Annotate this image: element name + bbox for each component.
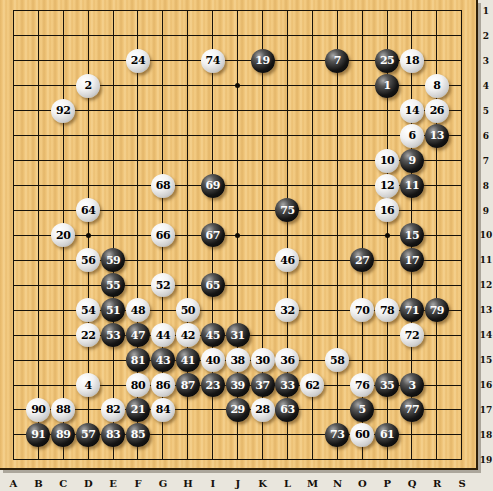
intersection-N17[interactable]	[325, 398, 350, 423]
intersection-B18[interactable]: 91	[26, 422, 51, 447]
intersection-F7[interactable]	[126, 148, 151, 173]
intersection-G5[interactable]	[150, 98, 175, 123]
intersection-C16[interactable]	[51, 373, 76, 398]
intersection-A1[interactable]	[1, 0, 26, 23]
intersection-I7[interactable]	[200, 148, 225, 173]
intersection-B17[interactable]: 90	[26, 398, 51, 423]
intersection-C14[interactable]	[51, 323, 76, 348]
intersection-H17[interactable]	[175, 398, 200, 423]
intersection-Q10[interactable]: 15	[400, 223, 425, 248]
intersection-O10[interactable]	[350, 223, 375, 248]
intersection-S14[interactable]	[449, 323, 474, 348]
intersection-G17[interactable]: 84	[150, 398, 175, 423]
intersection-K19[interactable]	[250, 447, 275, 472]
intersection-F13[interactable]: 48	[126, 298, 151, 323]
intersection-E8[interactable]	[101, 173, 126, 198]
intersection-K15[interactable]: 30	[250, 348, 275, 373]
intersection-I18[interactable]	[200, 422, 225, 447]
intersection-F3[interactable]: 24	[126, 48, 151, 73]
intersection-K9[interactable]	[250, 198, 275, 223]
intersection-M6[interactable]	[300, 123, 325, 148]
intersection-I2[interactable]	[200, 23, 225, 48]
intersection-P2[interactable]	[375, 23, 400, 48]
intersection-G8[interactable]: 68	[150, 173, 175, 198]
intersection-C2[interactable]	[51, 23, 76, 48]
intersection-I19[interactable]	[200, 447, 225, 472]
intersection-Q1[interactable]	[400, 0, 425, 23]
intersection-L9[interactable]: 75	[275, 198, 300, 223]
intersection-K12[interactable]	[250, 273, 275, 298]
intersection-C12[interactable]	[51, 273, 76, 298]
intersection-L11[interactable]: 46	[275, 248, 300, 273]
intersection-J8[interactable]	[225, 173, 250, 198]
intersection-O9[interactable]	[350, 198, 375, 223]
intersection-A5[interactable]	[1, 98, 26, 123]
intersection-N19[interactable]	[325, 447, 350, 472]
intersection-Q5[interactable]: 14	[400, 98, 425, 123]
intersection-J15[interactable]: 38	[225, 348, 250, 373]
intersection-B12[interactable]	[26, 273, 51, 298]
intersection-B7[interactable]	[26, 148, 51, 173]
intersection-R7[interactable]	[424, 148, 449, 173]
intersection-S5[interactable]	[449, 98, 474, 123]
intersection-G2[interactable]	[150, 23, 175, 48]
intersection-N11[interactable]	[325, 248, 350, 273]
intersection-G16[interactable]: 86	[150, 373, 175, 398]
intersection-G12[interactable]: 52	[150, 273, 175, 298]
intersection-N7[interactable]	[325, 148, 350, 173]
intersection-S9[interactable]	[449, 198, 474, 223]
intersection-R10[interactable]	[424, 223, 449, 248]
intersection-S15[interactable]	[449, 348, 474, 373]
intersection-M16[interactable]: 62	[300, 373, 325, 398]
intersection-S8[interactable]	[449, 173, 474, 198]
intersection-L14[interactable]	[275, 323, 300, 348]
intersection-L5[interactable]	[275, 98, 300, 123]
intersection-D2[interactable]	[76, 23, 101, 48]
intersection-B6[interactable]	[26, 123, 51, 148]
intersection-A11[interactable]	[1, 248, 26, 273]
intersection-D19[interactable]	[76, 447, 101, 472]
intersection-I6[interactable]	[200, 123, 225, 148]
intersection-M9[interactable]	[300, 198, 325, 223]
intersection-G13[interactable]	[150, 298, 175, 323]
intersection-L2[interactable]	[275, 23, 300, 48]
intersection-H2[interactable]	[175, 23, 200, 48]
intersection-K18[interactable]	[250, 422, 275, 447]
intersection-C5[interactable]: 92	[51, 98, 76, 123]
intersection-S12[interactable]	[449, 273, 474, 298]
intersection-B4[interactable]	[26, 73, 51, 98]
intersection-H10[interactable]	[175, 223, 200, 248]
intersection-I17[interactable]	[200, 398, 225, 423]
intersection-G19[interactable]	[150, 447, 175, 472]
intersection-F19[interactable]	[126, 447, 151, 472]
intersection-C3[interactable]	[51, 48, 76, 73]
intersection-C13[interactable]	[51, 298, 76, 323]
intersection-M10[interactable]	[300, 223, 325, 248]
intersection-A16[interactable]	[1, 373, 26, 398]
intersection-K1[interactable]	[250, 0, 275, 23]
intersection-Q16[interactable]: 3	[400, 373, 425, 398]
intersection-M8[interactable]	[300, 173, 325, 198]
intersection-C10[interactable]: 20	[51, 223, 76, 248]
intersection-O16[interactable]: 76	[350, 373, 375, 398]
intersection-G4[interactable]	[150, 73, 175, 98]
intersection-L15[interactable]: 36	[275, 348, 300, 373]
intersection-G3[interactable]	[150, 48, 175, 73]
intersection-M11[interactable]	[300, 248, 325, 273]
intersection-H1[interactable]	[175, 0, 200, 23]
intersection-A7[interactable]	[1, 148, 26, 173]
intersection-K16[interactable]: 37	[250, 373, 275, 398]
intersection-P12[interactable]	[375, 273, 400, 298]
intersection-H4[interactable]	[175, 73, 200, 98]
intersection-N16[interactable]	[325, 373, 350, 398]
intersection-L6[interactable]	[275, 123, 300, 148]
intersection-J1[interactable]	[225, 0, 250, 23]
intersection-J10[interactable]	[225, 223, 250, 248]
intersection-B15[interactable]	[26, 348, 51, 373]
intersection-E10[interactable]	[101, 223, 126, 248]
intersection-P6[interactable]	[375, 123, 400, 148]
intersection-I1[interactable]	[200, 0, 225, 23]
intersection-P14[interactable]	[375, 323, 400, 348]
intersection-P17[interactable]	[375, 398, 400, 423]
intersection-P5[interactable]	[375, 98, 400, 123]
intersection-Q14[interactable]: 72	[400, 323, 425, 348]
intersection-R8[interactable]	[424, 173, 449, 198]
intersection-P4[interactable]: 1	[375, 73, 400, 98]
intersection-J14[interactable]: 31	[225, 323, 250, 348]
intersection-I3[interactable]: 74	[200, 48, 225, 73]
intersection-J9[interactable]	[225, 198, 250, 223]
intersection-J7[interactable]	[225, 148, 250, 173]
intersection-F2[interactable]	[126, 23, 151, 48]
intersection-M14[interactable]	[300, 323, 325, 348]
intersection-R9[interactable]	[424, 198, 449, 223]
intersection-E2[interactable]	[101, 23, 126, 48]
intersection-B11[interactable]	[26, 248, 51, 273]
intersection-D17[interactable]	[76, 398, 101, 423]
intersection-E1[interactable]	[101, 0, 126, 23]
intersection-N14[interactable]	[325, 323, 350, 348]
intersection-O4[interactable]	[350, 73, 375, 98]
intersection-A3[interactable]	[1, 48, 26, 73]
intersection-R1[interactable]	[424, 0, 449, 23]
intersection-E9[interactable]	[101, 198, 126, 223]
intersection-N18[interactable]: 73	[325, 422, 350, 447]
intersection-H14[interactable]: 42	[175, 323, 200, 348]
intersection-D18[interactable]: 57	[76, 422, 101, 447]
intersection-J13[interactable]	[225, 298, 250, 323]
intersection-K3[interactable]: 19	[250, 48, 275, 73]
intersection-F5[interactable]	[126, 98, 151, 123]
intersection-C9[interactable]	[51, 198, 76, 223]
intersection-F12[interactable]	[126, 273, 151, 298]
intersection-I8[interactable]: 69	[200, 173, 225, 198]
intersection-Q11[interactable]: 17	[400, 248, 425, 273]
intersection-E6[interactable]	[101, 123, 126, 148]
intersection-R3[interactable]	[424, 48, 449, 73]
intersection-O5[interactable]	[350, 98, 375, 123]
intersection-P10[interactable]	[375, 223, 400, 248]
intersection-N8[interactable]	[325, 173, 350, 198]
intersection-K11[interactable]	[250, 248, 275, 273]
intersection-F17[interactable]: 21	[126, 398, 151, 423]
intersection-J5[interactable]	[225, 98, 250, 123]
intersection-Q4[interactable]	[400, 73, 425, 98]
intersection-G10[interactable]: 66	[150, 223, 175, 248]
intersection-M17[interactable]	[300, 398, 325, 423]
intersection-O2[interactable]	[350, 23, 375, 48]
intersection-I4[interactable]	[200, 73, 225, 98]
intersection-D6[interactable]	[76, 123, 101, 148]
intersection-Q17[interactable]: 77	[400, 398, 425, 423]
intersection-G14[interactable]: 44	[150, 323, 175, 348]
intersection-K17[interactable]: 28	[250, 398, 275, 423]
intersection-R12[interactable]	[424, 273, 449, 298]
intersection-H18[interactable]	[175, 422, 200, 447]
intersection-K4[interactable]	[250, 73, 275, 98]
intersection-C18[interactable]: 89	[51, 422, 76, 447]
intersection-E5[interactable]	[101, 98, 126, 123]
intersection-A6[interactable]	[1, 123, 26, 148]
intersection-Q13[interactable]: 71	[400, 298, 425, 323]
intersection-L3[interactable]	[275, 48, 300, 73]
intersection-E19[interactable]	[101, 447, 126, 472]
intersection-E7[interactable]	[101, 148, 126, 173]
intersection-B16[interactable]	[26, 373, 51, 398]
intersection-S4[interactable]	[449, 73, 474, 98]
intersection-E13[interactable]: 51	[101, 298, 126, 323]
intersection-L19[interactable]	[275, 447, 300, 472]
intersection-E16[interactable]	[101, 373, 126, 398]
intersection-Q8[interactable]: 11	[400, 173, 425, 198]
intersection-R15[interactable]	[424, 348, 449, 373]
intersection-I14[interactable]: 45	[200, 323, 225, 348]
intersection-D7[interactable]	[76, 148, 101, 173]
intersection-G6[interactable]	[150, 123, 175, 148]
intersection-O3[interactable]	[350, 48, 375, 73]
intersection-C17[interactable]: 88	[51, 398, 76, 423]
intersection-N2[interactable]	[325, 23, 350, 48]
intersection-C6[interactable]	[51, 123, 76, 148]
intersection-D8[interactable]	[76, 173, 101, 198]
intersection-P1[interactable]	[375, 0, 400, 23]
intersection-I10[interactable]: 67	[200, 223, 225, 248]
intersection-F14[interactable]: 47	[126, 323, 151, 348]
intersection-L10[interactable]	[275, 223, 300, 248]
intersection-Q3[interactable]: 18	[400, 48, 425, 73]
intersection-J12[interactable]	[225, 273, 250, 298]
intersection-M4[interactable]	[300, 73, 325, 98]
intersection-L17[interactable]: 63	[275, 398, 300, 423]
intersection-S18[interactable]	[449, 422, 474, 447]
intersection-Q19[interactable]	[400, 447, 425, 472]
intersection-B9[interactable]	[26, 198, 51, 223]
intersection-P7[interactable]: 10	[375, 148, 400, 173]
intersection-S2[interactable]	[449, 23, 474, 48]
intersection-D11[interactable]: 56	[76, 248, 101, 273]
intersection-G15[interactable]: 43	[150, 348, 175, 373]
intersection-M3[interactable]	[300, 48, 325, 73]
intersection-J17[interactable]: 29	[225, 398, 250, 423]
intersection-G11[interactable]	[150, 248, 175, 273]
intersection-N4[interactable]	[325, 73, 350, 98]
intersection-Q7[interactable]: 9	[400, 148, 425, 173]
intersection-A13[interactable]	[1, 298, 26, 323]
intersection-A9[interactable]	[1, 198, 26, 223]
intersection-R18[interactable]	[424, 422, 449, 447]
intersection-A18[interactable]	[1, 422, 26, 447]
intersection-E3[interactable]	[101, 48, 126, 73]
intersection-H13[interactable]: 50	[175, 298, 200, 323]
intersection-H9[interactable]	[175, 198, 200, 223]
intersection-O13[interactable]: 70	[350, 298, 375, 323]
intersection-A17[interactable]	[1, 398, 26, 423]
intersection-J11[interactable]	[225, 248, 250, 273]
intersection-M2[interactable]	[300, 23, 325, 48]
intersection-Q18[interactable]	[400, 422, 425, 447]
intersection-Q2[interactable]	[400, 23, 425, 48]
intersection-L1[interactable]	[275, 0, 300, 23]
intersection-D9[interactable]: 64	[76, 198, 101, 223]
intersection-H12[interactable]	[175, 273, 200, 298]
intersection-B1[interactable]	[26, 0, 51, 23]
intersection-L7[interactable]	[275, 148, 300, 173]
intersection-P16[interactable]: 35	[375, 373, 400, 398]
intersection-C8[interactable]	[51, 173, 76, 198]
intersection-R2[interactable]	[424, 23, 449, 48]
intersection-P15[interactable]	[375, 348, 400, 373]
intersection-A8[interactable]	[1, 173, 26, 198]
intersection-Q12[interactable]	[400, 273, 425, 298]
intersection-P9[interactable]: 16	[375, 198, 400, 223]
intersection-I15[interactable]: 40	[200, 348, 225, 373]
intersection-K7[interactable]	[250, 148, 275, 173]
intersection-J18[interactable]	[225, 422, 250, 447]
intersection-M5[interactable]	[300, 98, 325, 123]
intersection-G7[interactable]	[150, 148, 175, 173]
intersection-C4[interactable]	[51, 73, 76, 98]
intersection-A14[interactable]	[1, 323, 26, 348]
intersection-K2[interactable]	[250, 23, 275, 48]
intersection-O6[interactable]	[350, 123, 375, 148]
intersection-F1[interactable]	[126, 0, 151, 23]
intersection-O19[interactable]	[350, 447, 375, 472]
intersection-G9[interactable]	[150, 198, 175, 223]
intersection-F6[interactable]	[126, 123, 151, 148]
intersection-R5[interactable]: 26	[424, 98, 449, 123]
intersection-H15[interactable]: 41	[175, 348, 200, 373]
intersection-B2[interactable]	[26, 23, 51, 48]
intersection-N9[interactable]	[325, 198, 350, 223]
intersection-I11[interactable]	[200, 248, 225, 273]
intersection-D5[interactable]	[76, 98, 101, 123]
intersection-O14[interactable]	[350, 323, 375, 348]
intersection-G1[interactable]	[150, 0, 175, 23]
intersection-C19[interactable]	[51, 447, 76, 472]
intersection-F4[interactable]	[126, 73, 151, 98]
intersection-J3[interactable]	[225, 48, 250, 73]
intersection-S16[interactable]	[449, 373, 474, 398]
intersection-K13[interactable]	[250, 298, 275, 323]
intersection-F15[interactable]: 81	[126, 348, 151, 373]
intersection-K6[interactable]	[250, 123, 275, 148]
intersection-A15[interactable]	[1, 348, 26, 373]
intersection-I9[interactable]	[200, 198, 225, 223]
intersection-H8[interactable]	[175, 173, 200, 198]
intersection-N5[interactable]	[325, 98, 350, 123]
intersection-R11[interactable]	[424, 248, 449, 273]
intersection-M1[interactable]	[300, 0, 325, 23]
intersection-L4[interactable]	[275, 73, 300, 98]
intersection-H5[interactable]	[175, 98, 200, 123]
intersection-P3[interactable]: 25	[375, 48, 400, 73]
intersection-D3[interactable]	[76, 48, 101, 73]
intersection-A2[interactable]	[1, 23, 26, 48]
intersection-A10[interactable]	[1, 223, 26, 248]
intersection-J6[interactable]	[225, 123, 250, 148]
intersection-E15[interactable]	[101, 348, 126, 373]
intersection-I16[interactable]: 23	[200, 373, 225, 398]
intersection-R17[interactable]	[424, 398, 449, 423]
intersection-N10[interactable]	[325, 223, 350, 248]
intersection-N6[interactable]	[325, 123, 350, 148]
intersection-B5[interactable]	[26, 98, 51, 123]
intersection-G18[interactable]	[150, 422, 175, 447]
intersection-D14[interactable]: 22	[76, 323, 101, 348]
intersection-D1[interactable]	[76, 0, 101, 23]
intersection-J2[interactable]	[225, 23, 250, 48]
intersection-K14[interactable]	[250, 323, 275, 348]
intersection-D4[interactable]: 2	[76, 73, 101, 98]
intersection-E17[interactable]: 82	[101, 398, 126, 423]
intersection-J16[interactable]: 39	[225, 373, 250, 398]
intersection-N3[interactable]: 7	[325, 48, 350, 73]
intersection-Q6[interactable]: 6	[400, 123, 425, 148]
intersection-R6[interactable]: 13	[424, 123, 449, 148]
intersection-B14[interactable]	[26, 323, 51, 348]
intersection-A4[interactable]	[1, 73, 26, 98]
intersection-O15[interactable]	[350, 348, 375, 373]
intersection-R16[interactable]	[424, 373, 449, 398]
intersection-H6[interactable]	[175, 123, 200, 148]
intersection-R4[interactable]: 8	[424, 73, 449, 98]
intersection-F16[interactable]: 80	[126, 373, 151, 398]
intersection-D10[interactable]	[76, 223, 101, 248]
intersection-F10[interactable]	[126, 223, 151, 248]
intersection-H7[interactable]	[175, 148, 200, 173]
intersection-Q9[interactable]	[400, 198, 425, 223]
intersection-F9[interactable]	[126, 198, 151, 223]
intersection-S1[interactable]	[449, 0, 474, 23]
intersection-Q15[interactable]	[400, 348, 425, 373]
intersection-F18[interactable]: 85	[126, 422, 151, 447]
intersection-E14[interactable]: 53	[101, 323, 126, 348]
intersection-L12[interactable]	[275, 273, 300, 298]
intersection-H16[interactable]: 87	[175, 373, 200, 398]
intersection-S7[interactable]	[449, 148, 474, 173]
intersection-O7[interactable]	[350, 148, 375, 173]
intersection-E11[interactable]: 59	[101, 248, 126, 273]
intersection-D16[interactable]: 4	[76, 373, 101, 398]
intersection-R19[interactable]	[424, 447, 449, 472]
intersection-S6[interactable]	[449, 123, 474, 148]
intersection-M13[interactable]	[300, 298, 325, 323]
intersection-C1[interactable]	[51, 0, 76, 23]
